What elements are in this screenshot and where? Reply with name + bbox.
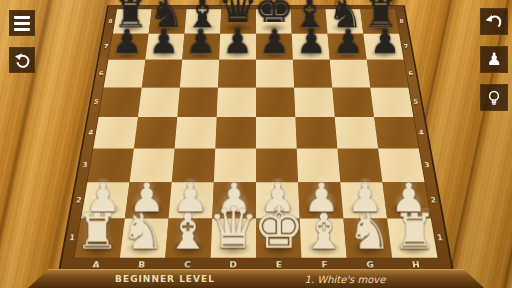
- piece-white-knight-g1[interactable]: ♞: [347, 208, 391, 257]
- square-a5[interactable]: [99, 87, 142, 117]
- pawn-icon: ♟: [486, 51, 501, 68]
- opponent-mode-button[interactable]: ♟: [480, 46, 508, 73]
- square-g6[interactable]: [330, 60, 370, 88]
- board-front-face: BEGINNER LEVEL 1. White's move: [28, 269, 484, 288]
- piece-black-pawn-a7[interactable]: ♟: [112, 25, 142, 59]
- piece-black-pawn-c7[interactable]: ♟: [186, 25, 216, 59]
- square-b1[interactable]: ♞: [120, 219, 169, 258]
- lightbulb-icon: [484, 88, 504, 108]
- square-e7[interactable]: ♟: [256, 34, 293, 60]
- square-h7[interactable]: ♟: [363, 34, 403, 60]
- move-status: 1. White's move: [305, 274, 386, 285]
- square-b5[interactable]: [138, 87, 180, 117]
- square-f5[interactable]: [294, 87, 335, 117]
- square-c7[interactable]: ♟: [182, 34, 220, 60]
- chess-board: ♜♞♝♛♚♝♞♜♟♟♟♟♟♟♟♟♟♟♟♟♟♟♟♟♜♞♝♛♚♝♞♜ 8877665…: [58, 5, 454, 272]
- square-b7[interactable]: ♟: [145, 34, 184, 60]
- piece-black-pawn-h7[interactable]: ♟: [370, 25, 400, 59]
- board-squares: ♜♞♝♛♚♝♞♜♟♟♟♟♟♟♟♟♟♟♟♟♟♟♟♟♜♞♝♛♚♝♞♜: [74, 9, 437, 257]
- square-d5[interactable]: [217, 87, 256, 117]
- square-g5[interactable]: [332, 87, 374, 117]
- square-e6[interactable]: [256, 60, 294, 88]
- piece-black-pawn-b7[interactable]: ♟: [149, 25, 179, 59]
- board-perspective: ♜♞♝♛♚♝♞♜♟♟♟♟♟♟♟♟♟♟♟♟♟♟♟♟♜♞♝♛♚♝♞♜ 8877665…: [0, 0, 512, 288]
- square-c6[interactable]: [180, 60, 219, 88]
- square-c1[interactable]: ♝: [165, 219, 212, 258]
- undo-button[interactable]: [480, 8, 508, 35]
- square-e4[interactable]: [256, 117, 297, 149]
- piece-white-knight-b1[interactable]: ♞: [121, 208, 165, 257]
- square-g7[interactable]: ♟: [328, 34, 367, 60]
- square-d4[interactable]: [215, 117, 256, 149]
- menu-button[interactable]: [9, 10, 35, 36]
- square-d1[interactable]: ♛: [211, 219, 256, 258]
- square-e5[interactable]: [256, 87, 295, 117]
- square-c5[interactable]: [177, 87, 218, 117]
- square-h5[interactable]: [370, 87, 413, 117]
- hint-button[interactable]: [480, 84, 508, 111]
- square-f4[interactable]: [295, 117, 337, 149]
- piece-white-queen-d1[interactable]: ♛: [208, 200, 259, 257]
- level-label: BEGINNER LEVEL: [115, 274, 215, 284]
- square-g1[interactable]: ♞: [343, 219, 392, 258]
- piece-white-king-e1[interactable]: ♚: [253, 200, 304, 257]
- piece-black-pawn-d7[interactable]: ♟: [222, 25, 252, 59]
- square-b4[interactable]: [134, 117, 177, 149]
- square-a4[interactable]: [93, 117, 138, 149]
- circular-arrow-icon: [13, 51, 32, 70]
- undo-arrow-icon: [484, 12, 504, 32]
- square-b6[interactable]: [142, 60, 182, 88]
- square-a7[interactable]: ♟: [108, 34, 148, 60]
- square-c4[interactable]: [175, 117, 217, 149]
- hamburger-icon: [14, 16, 30, 31]
- restart-button[interactable]: [9, 47, 35, 73]
- square-h1[interactable]: ♜: [387, 219, 437, 258]
- piece-black-pawn-e7[interactable]: ♟: [259, 25, 289, 59]
- piece-black-pawn-f7[interactable]: ♟: [296, 25, 326, 59]
- square-g4[interactable]: [335, 117, 378, 149]
- square-h4[interactable]: [374, 117, 419, 149]
- piece-black-pawn-g7[interactable]: ♟: [333, 25, 363, 59]
- square-h6[interactable]: [367, 60, 409, 88]
- square-e1[interactable]: ♚: [256, 219, 301, 258]
- chess-app-screen: ♜♞♝♛♚♝♞♜♟♟♟♟♟♟♟♟♟♟♟♟♟♟♟♟♜♞♝♛♚♝♞♜ 8877665…: [0, 0, 512, 288]
- square-f6[interactable]: [293, 60, 332, 88]
- square-a6[interactable]: [104, 60, 146, 88]
- piece-white-bishop-c1[interactable]: ♝: [166, 208, 210, 257]
- square-f1[interactable]: ♝: [300, 219, 347, 258]
- square-a1[interactable]: ♜: [74, 219, 124, 258]
- square-d7[interactable]: ♟: [219, 34, 256, 60]
- piece-white-rook-a1[interactable]: ♜: [75, 208, 119, 257]
- piece-white-rook-h1[interactable]: ♜: [393, 208, 437, 257]
- piece-white-bishop-f1[interactable]: ♝: [302, 208, 346, 257]
- square-f7[interactable]: ♟: [292, 34, 330, 60]
- square-d6[interactable]: [218, 60, 256, 88]
